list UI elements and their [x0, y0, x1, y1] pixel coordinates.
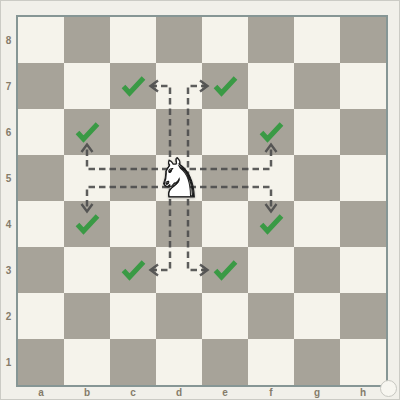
square-a6[interactable]: [18, 109, 64, 155]
square-c8[interactable]: [110, 17, 156, 63]
square-g5[interactable]: [294, 155, 340, 201]
file-label-d: d: [156, 387, 202, 400]
file-label-a: a: [18, 387, 64, 400]
corner-circle-decoration: [380, 380, 397, 397]
file-labels: abcdefgh: [18, 387, 386, 400]
square-h6[interactable]: [340, 109, 386, 155]
square-e2[interactable]: [202, 293, 248, 339]
square-a1[interactable]: [18, 339, 64, 385]
square-e5[interactable]: [202, 155, 248, 201]
file-label-b: b: [64, 387, 110, 400]
rank-label-3: 3: [1, 247, 16, 293]
square-a4[interactable]: [18, 201, 64, 247]
square-h2[interactable]: [340, 293, 386, 339]
square-b4[interactable]: [64, 201, 110, 247]
square-b8[interactable]: [64, 17, 110, 63]
square-e4[interactable]: [202, 201, 248, 247]
square-a3[interactable]: [18, 247, 64, 293]
square-f8[interactable]: [248, 17, 294, 63]
square-c2[interactable]: [110, 293, 156, 339]
square-h4[interactable]: [340, 201, 386, 247]
square-a5[interactable]: [18, 155, 64, 201]
square-d3[interactable]: [156, 247, 202, 293]
square-c3[interactable]: [110, 247, 156, 293]
square-g2[interactable]: [294, 293, 340, 339]
white-knight-piece[interactable]: ♞ ♘: [156, 155, 202, 201]
square-b5[interactable]: [64, 155, 110, 201]
square-a8[interactable]: [18, 17, 64, 63]
file-label-g: g: [294, 387, 340, 400]
square-d8[interactable]: [156, 17, 202, 63]
square-b3[interactable]: [64, 247, 110, 293]
square-h7[interactable]: [340, 63, 386, 109]
square-c1[interactable]: [110, 339, 156, 385]
chess-lesson-screen: 87654321 abcdefgh ♞ ♘: [0, 0, 400, 400]
square-f2[interactable]: [248, 293, 294, 339]
square-g1[interactable]: [294, 339, 340, 385]
square-g6[interactable]: [294, 109, 340, 155]
square-f4[interactable]: [248, 201, 294, 247]
rank-label-5: 5: [1, 155, 16, 201]
file-label-c: c: [110, 387, 156, 400]
rank-label-2: 2: [1, 293, 16, 339]
square-e3[interactable]: [202, 247, 248, 293]
square-e8[interactable]: [202, 17, 248, 63]
chess-board: ♞ ♘: [16, 15, 388, 387]
square-g4[interactable]: [294, 201, 340, 247]
square-g7[interactable]: [294, 63, 340, 109]
rank-label-8: 8: [1, 17, 16, 63]
rank-label-4: 4: [1, 201, 16, 247]
square-b1[interactable]: [64, 339, 110, 385]
square-d2[interactable]: [156, 293, 202, 339]
file-label-f: f: [248, 387, 294, 400]
square-b6[interactable]: [64, 109, 110, 155]
file-label-e: e: [202, 387, 248, 400]
square-c5[interactable]: [110, 155, 156, 201]
square-a2[interactable]: [18, 293, 64, 339]
square-g3[interactable]: [294, 247, 340, 293]
square-e7[interactable]: [202, 63, 248, 109]
square-h3[interactable]: [340, 247, 386, 293]
square-h1[interactable]: [340, 339, 386, 385]
square-h8[interactable]: [340, 17, 386, 63]
square-g8[interactable]: [294, 17, 340, 63]
square-h5[interactable]: [340, 155, 386, 201]
rank-label-1: 1: [1, 339, 16, 385]
square-e1[interactable]: [202, 339, 248, 385]
rank-labels: 87654321: [1, 17, 16, 385]
square-f5[interactable]: [248, 155, 294, 201]
rank-label-7: 7: [1, 63, 16, 109]
square-c6[interactable]: [110, 109, 156, 155]
square-f7[interactable]: [248, 63, 294, 109]
square-c4[interactable]: [110, 201, 156, 247]
square-f1[interactable]: [248, 339, 294, 385]
rank-label-6: 6: [1, 109, 16, 155]
square-f6[interactable]: [248, 109, 294, 155]
square-d1[interactable]: [156, 339, 202, 385]
square-a7[interactable]: [18, 63, 64, 109]
square-d7[interactable]: [156, 63, 202, 109]
square-f3[interactable]: [248, 247, 294, 293]
square-e6[interactable]: [202, 109, 248, 155]
square-b7[interactable]: [64, 63, 110, 109]
square-b2[interactable]: [64, 293, 110, 339]
square-c7[interactable]: [110, 63, 156, 109]
white-knight-glyph-outline: ♘: [156, 156, 202, 202]
